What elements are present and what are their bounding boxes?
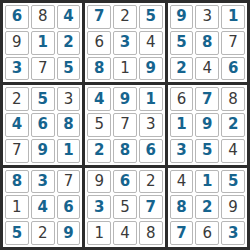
- cell-r4c3[interactable]: 3: [57, 87, 81, 111]
- cell-r2c5[interactable]: 3: [113, 31, 137, 55]
- cell-r1c6[interactable]: 5: [139, 5, 163, 29]
- cell-r9c8[interactable]: 6: [195, 221, 219, 245]
- cell-r9c9[interactable]: 3: [221, 221, 245, 245]
- cell-r7c5[interactable]: 6: [113, 170, 137, 194]
- cell-r1c7[interactable]: 9: [170, 5, 194, 29]
- cell-r2c6[interactable]: 4: [139, 31, 163, 55]
- cell-r6c4[interactable]: 2: [87, 139, 111, 163]
- box-3: 931587246: [168, 3, 247, 82]
- cell-r7c1[interactable]: 8: [5, 170, 29, 194]
- cell-r5c4[interactable]: 5: [87, 113, 111, 137]
- cell-r1c9[interactable]: 1: [221, 5, 245, 29]
- cell-r8c3[interactable]: 6: [57, 195, 81, 219]
- cell-r7c2[interactable]: 3: [31, 170, 55, 194]
- cell-r5c5[interactable]: 7: [113, 113, 137, 137]
- cell-r9c5[interactable]: 4: [113, 221, 137, 245]
- cell-r4c4[interactable]: 4: [87, 87, 111, 111]
- cell-r8c5[interactable]: 5: [113, 195, 137, 219]
- cell-r7c7[interactable]: 4: [170, 170, 194, 194]
- cell-r1c4[interactable]: 7: [87, 5, 111, 29]
- cell-r4c7[interactable]: 6: [170, 87, 194, 111]
- box-1: 684912375: [3, 3, 82, 82]
- cell-r9c4[interactable]: 1: [87, 221, 111, 245]
- cell-r7c9[interactable]: 5: [221, 170, 245, 194]
- box-5: 491573286: [85, 85, 164, 164]
- cell-r6c1[interactable]: 7: [5, 139, 29, 163]
- cell-r3c2[interactable]: 7: [31, 57, 55, 81]
- cell-r8c2[interactable]: 4: [31, 195, 55, 219]
- cell-r5c6[interactable]: 3: [139, 113, 163, 137]
- cell-r1c2[interactable]: 8: [31, 5, 55, 29]
- cell-r9c2[interactable]: 2: [31, 221, 55, 245]
- cell-r4c6[interactable]: 1: [139, 87, 163, 111]
- cell-r9c3[interactable]: 9: [57, 221, 81, 245]
- cell-r9c1[interactable]: 5: [5, 221, 29, 245]
- cell-r2c8[interactable]: 8: [195, 31, 219, 55]
- cell-r7c4[interactable]: 9: [87, 170, 111, 194]
- cell-r3c7[interactable]: 2: [170, 57, 194, 81]
- cell-r6c3[interactable]: 1: [57, 139, 81, 163]
- cell-r6c9[interactable]: 4: [221, 139, 245, 163]
- cell-r2c3[interactable]: 2: [57, 31, 81, 55]
- cell-r1c1[interactable]: 6: [5, 5, 29, 29]
- cell-r3c5[interactable]: 1: [113, 57, 137, 81]
- cell-r4c5[interactable]: 9: [113, 87, 137, 111]
- cell-r6c2[interactable]: 9: [31, 139, 55, 163]
- cell-r2c9[interactable]: 7: [221, 31, 245, 55]
- cell-r9c7[interactable]: 7: [170, 221, 194, 245]
- cell-r2c2[interactable]: 1: [31, 31, 55, 55]
- cell-r4c9[interactable]: 8: [221, 87, 245, 111]
- cell-r2c7[interactable]: 5: [170, 31, 194, 55]
- cell-r5c1[interactable]: 4: [5, 113, 29, 137]
- cell-r8c6[interactable]: 7: [139, 195, 163, 219]
- box-4: 253468791: [3, 85, 82, 164]
- cell-r4c2[interactable]: 5: [31, 87, 55, 111]
- cell-r8c7[interactable]: 8: [170, 195, 194, 219]
- cell-r5c2[interactable]: 6: [31, 113, 55, 137]
- cell-r1c3[interactable]: 4: [57, 5, 81, 29]
- cell-r4c8[interactable]: 7: [195, 87, 219, 111]
- cell-r2c4[interactable]: 6: [87, 31, 111, 55]
- cell-r5c9[interactable]: 2: [221, 113, 245, 137]
- cell-r8c8[interactable]: 2: [195, 195, 219, 219]
- cell-r7c6[interactable]: 2: [139, 170, 163, 194]
- cell-r8c1[interactable]: 1: [5, 195, 29, 219]
- box-8: 962357148: [85, 168, 164, 247]
- cell-r3c8[interactable]: 4: [195, 57, 219, 81]
- box-7: 837146529: [3, 168, 82, 247]
- cell-r3c3[interactable]: 5: [57, 57, 81, 81]
- box-9: 415829763: [168, 168, 247, 247]
- cell-r2c1[interactable]: 9: [5, 31, 29, 55]
- cell-r4c1[interactable]: 2: [5, 87, 29, 111]
- box-6: 678192354: [168, 85, 247, 164]
- cell-r3c6[interactable]: 9: [139, 57, 163, 81]
- cell-r1c5[interactable]: 2: [113, 5, 137, 29]
- cell-r6c6[interactable]: 6: [139, 139, 163, 163]
- cell-r6c5[interactable]: 8: [113, 139, 137, 163]
- cell-r6c7[interactable]: 3: [170, 139, 194, 163]
- cell-r9c6[interactable]: 8: [139, 221, 163, 245]
- cell-r1c8[interactable]: 3: [195, 5, 219, 29]
- cell-r6c8[interactable]: 5: [195, 139, 219, 163]
- cell-r8c4[interactable]: 3: [87, 195, 111, 219]
- cell-r3c4[interactable]: 8: [87, 57, 111, 81]
- cell-r5c7[interactable]: 1: [170, 113, 194, 137]
- cell-r3c1[interactable]: 3: [5, 57, 29, 81]
- cell-r7c8[interactable]: 1: [195, 170, 219, 194]
- sudoku-board: 6849123757256348199315872462534687914915…: [0, 0, 250, 250]
- cell-r8c9[interactable]: 9: [221, 195, 245, 219]
- cell-r3c9[interactable]: 6: [221, 57, 245, 81]
- cell-r5c3[interactable]: 8: [57, 113, 81, 137]
- box-2: 725634819: [85, 3, 164, 82]
- cell-r7c3[interactable]: 7: [57, 170, 81, 194]
- cell-r5c8[interactable]: 9: [195, 113, 219, 137]
